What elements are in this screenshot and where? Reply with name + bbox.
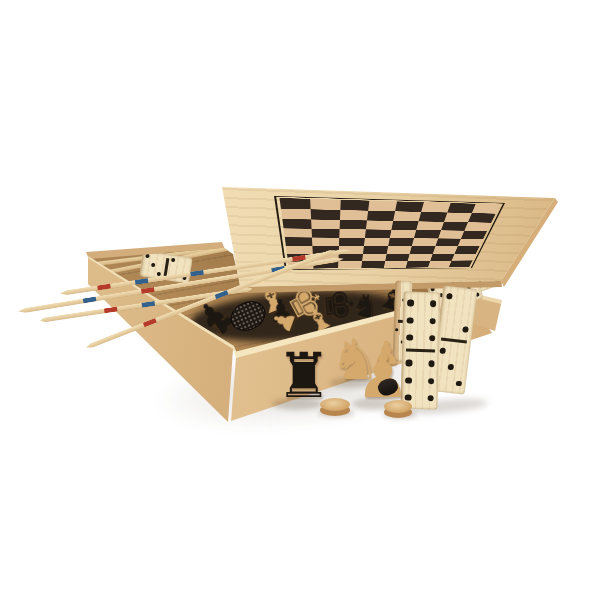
domino-pip	[439, 347, 445, 353]
domino-pip	[429, 318, 435, 324]
natural-draughts-piece	[320, 398, 350, 416]
board-square	[454, 246, 479, 253]
board-square	[388, 238, 414, 246]
board-square	[366, 220, 394, 229]
board-square	[367, 211, 395, 221]
domino-pip	[396, 329, 399, 332]
board-square	[282, 219, 312, 229]
board-square	[365, 229, 392, 238]
board-square	[390, 230, 417, 239]
domino-pip	[462, 326, 468, 332]
board-square	[339, 238, 365, 246]
domino-pip	[428, 360, 434, 366]
domino-pip	[446, 293, 452, 299]
board-square	[395, 201, 424, 212]
board-square	[364, 238, 390, 246]
natural-draughts-piece	[384, 400, 412, 418]
domino-pip	[407, 334, 413, 340]
board-square	[286, 246, 313, 254]
board-square	[419, 212, 447, 222]
domino-pip	[407, 300, 413, 306]
board-square	[464, 222, 491, 231]
board-square	[311, 209, 340, 219]
domino-pip	[427, 395, 433, 401]
stick-band-blue	[83, 296, 97, 303]
board-square	[449, 260, 473, 267]
board-square	[472, 204, 501, 214]
board-square	[416, 221, 443, 230]
board-square	[421, 202, 450, 212]
board-square	[458, 239, 484, 247]
board-square	[412, 238, 438, 246]
board-square	[384, 261, 408, 268]
board-square	[340, 210, 368, 220]
board-square	[279, 198, 310, 209]
domino-pip	[456, 380, 462, 386]
board-square	[387, 246, 412, 254]
wooden-games-set-photo: ♝ ♟ ♚ ♟ ♚ ♝ ♞ ♝ ♟ ♟	[0, 0, 600, 600]
board-square	[281, 209, 311, 220]
draughts-piece-top	[384, 400, 412, 413]
board-square	[340, 200, 369, 211]
domino-half	[437, 285, 477, 340]
draughts-piece-top	[320, 398, 350, 411]
board-square	[284, 228, 313, 237]
board-square	[368, 201, 397, 212]
board-square	[361, 261, 385, 268]
domino-pip	[407, 317, 413, 323]
domino-pip	[145, 254, 150, 259]
domino-pip	[156, 271, 161, 276]
domino-pip	[171, 258, 176, 263]
board-square	[393, 211, 421, 221]
board-square	[339, 229, 366, 238]
domino-pip	[429, 335, 435, 341]
board-square	[391, 221, 418, 230]
board-square	[311, 219, 339, 229]
board-square	[406, 261, 430, 268]
board-square	[285, 237, 313, 246]
board-square	[410, 246, 435, 253]
board-square	[468, 213, 496, 222]
board-square	[312, 238, 339, 246]
board-square	[312, 229, 339, 238]
board-square	[461, 231, 487, 239]
board-square	[363, 246, 388, 254]
board-square	[310, 199, 340, 210]
domino-pip	[430, 300, 436, 306]
domino-pip	[151, 263, 156, 268]
domino-pip	[447, 364, 453, 370]
board-square	[339, 220, 367, 230]
board-square	[414, 230, 441, 238]
stick-band-red	[103, 307, 117, 314]
board-square	[338, 261, 362, 268]
natural-pawn-piece: ♟	[356, 346, 410, 406]
domino-pip	[428, 378, 434, 384]
